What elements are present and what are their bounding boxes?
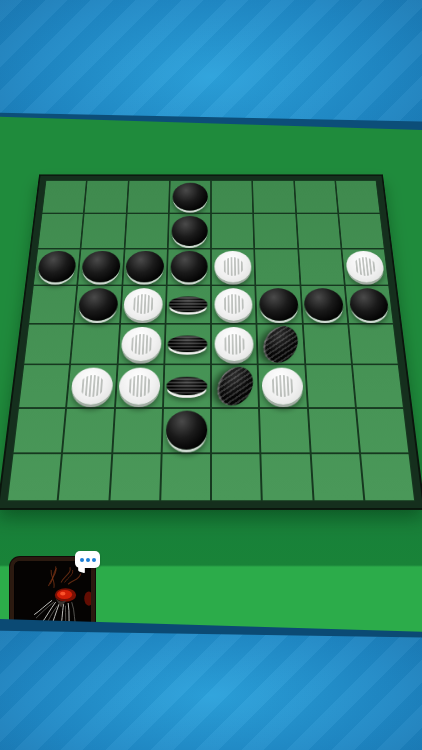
board-cell[interactable] <box>163 365 211 408</box>
board-cell[interactable] <box>254 248 300 285</box>
black-disc <box>171 216 208 246</box>
board-cell[interactable] <box>117 324 165 365</box>
black-disc <box>259 288 299 321</box>
board-cell[interactable] <box>122 248 168 285</box>
board-cell[interactable] <box>356 408 410 453</box>
board-cell[interactable] <box>28 285 77 324</box>
black-disc <box>165 411 207 450</box>
board-cell[interactable] <box>252 180 295 213</box>
white-disc <box>262 368 304 405</box>
board-cell[interactable] <box>307 408 359 453</box>
board-cell[interactable] <box>211 248 256 285</box>
board-cell[interactable] <box>352 365 404 408</box>
board-cell[interactable] <box>42 180 87 213</box>
chat-dot <box>80 558 84 562</box>
board-cell[interactable] <box>298 248 345 285</box>
chat-bubble-icon[interactable] <box>75 551 100 568</box>
chat-dot <box>86 558 90 562</box>
black-disc <box>78 288 119 321</box>
board-cell[interactable] <box>169 180 211 213</box>
white-disc <box>214 251 252 282</box>
board-cell[interactable] <box>256 285 303 324</box>
board-cell[interactable] <box>211 180 253 213</box>
board-cell[interactable] <box>335 180 380 213</box>
board-cell[interactable] <box>74 285 122 324</box>
top-banner <box>0 0 422 124</box>
white-disc <box>70 368 113 405</box>
board-cell[interactable] <box>300 285 348 324</box>
screenshot-page: PLAY WITH STRATEGY! <box>0 0 422 750</box>
bottom-banner <box>0 629 422 750</box>
board-grid <box>0 176 422 508</box>
black-disc <box>125 251 164 282</box>
board-cell[interactable] <box>341 248 389 285</box>
board-cell[interactable] <box>165 285 211 324</box>
board-cell[interactable] <box>211 324 258 365</box>
board-cell[interactable] <box>261 453 313 501</box>
board-cell[interactable] <box>360 453 415 501</box>
flipping-disc <box>169 296 208 312</box>
flipping-disc <box>168 335 208 352</box>
tilting-disc <box>257 321 304 368</box>
board-cell[interactable] <box>164 324 211 365</box>
board-cell[interactable] <box>37 213 84 248</box>
board-cell[interactable] <box>109 453 161 501</box>
board-cell[interactable] <box>84 180 128 213</box>
board-cell[interactable] <box>120 285 167 324</box>
board-cell[interactable] <box>161 408 211 453</box>
board-cell[interactable] <box>33 248 81 285</box>
board-cell[interactable] <box>7 453 62 501</box>
white-disc <box>214 327 254 362</box>
board-cell[interactable] <box>211 285 257 324</box>
board-cell[interactable] <box>259 408 310 453</box>
board-cell[interactable] <box>160 453 211 501</box>
board-cell[interactable] <box>124 213 168 248</box>
black-disc <box>172 183 208 211</box>
board-cell[interactable] <box>302 324 351 365</box>
white-disc <box>123 288 163 321</box>
white-disc <box>118 368 160 405</box>
board-cell[interactable] <box>166 248 211 285</box>
white-disc <box>214 288 253 321</box>
black-disc <box>304 288 345 321</box>
black-disc <box>348 288 390 321</box>
board-cell[interactable] <box>211 213 254 248</box>
board-cell[interactable] <box>115 365 165 408</box>
board-cell[interactable] <box>345 285 394 324</box>
board-cell[interactable] <box>81 213 127 248</box>
board-cell[interactable] <box>348 324 399 365</box>
white-disc <box>345 251 386 282</box>
black-disc <box>170 251 208 282</box>
board-cell[interactable] <box>296 213 342 248</box>
board-cell[interactable] <box>305 365 356 408</box>
board-cell[interactable] <box>62 408 114 453</box>
board-cell[interactable] <box>294 180 338 213</box>
board-cell[interactable] <box>253 213 297 248</box>
board-cell[interactable] <box>310 453 364 501</box>
board-cell[interactable] <box>77 248 124 285</box>
board-cell[interactable] <box>258 365 308 408</box>
white-disc <box>121 327 162 362</box>
board-cell[interactable] <box>13 408 67 453</box>
board-cell[interactable] <box>168 213 211 248</box>
board-cell[interactable] <box>338 213 385 248</box>
board-cell[interactable] <box>70 324 119 365</box>
board-cell[interactable] <box>211 453 262 501</box>
board-cell[interactable] <box>58 453 112 501</box>
board-cell[interactable] <box>66 365 117 408</box>
board-cell[interactable] <box>211 365 259 408</box>
chat-dot <box>92 558 96 562</box>
tilting-disc <box>210 361 259 411</box>
flipping-disc <box>167 377 208 395</box>
black-disc <box>81 251 121 282</box>
board-cell[interactable] <box>126 180 169 213</box>
black-disc <box>37 251 78 282</box>
board-cell[interactable] <box>211 408 261 453</box>
board-cell[interactable] <box>257 324 305 365</box>
board-cell[interactable] <box>18 365 70 408</box>
board-cell[interactable] <box>112 408 163 453</box>
board-cell[interactable] <box>23 324 74 365</box>
